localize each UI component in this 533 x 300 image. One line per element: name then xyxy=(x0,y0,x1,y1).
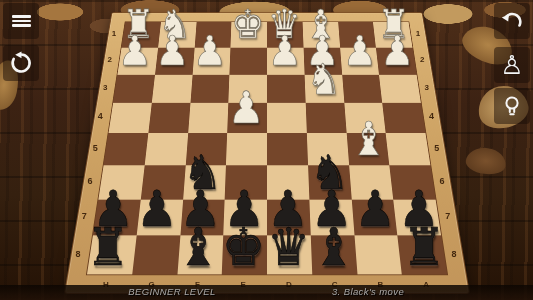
leaf-decoration xyxy=(464,145,507,176)
undo-arrow-icon xyxy=(500,9,524,33)
square-g3[interactable] xyxy=(152,74,193,102)
square-g2[interactable] xyxy=(155,47,194,74)
square-e3[interactable] xyxy=(229,74,267,102)
square-h7[interactable] xyxy=(93,199,141,235)
square-b2[interactable] xyxy=(340,47,379,74)
square-c4[interactable] xyxy=(305,103,346,133)
square-e5[interactable] xyxy=(226,133,267,165)
square-g1[interactable] xyxy=(158,22,196,47)
square-h8[interactable] xyxy=(87,236,136,275)
square-f2[interactable] xyxy=(192,47,230,74)
square-c8[interactable] xyxy=(311,236,357,275)
square-f8[interactable] xyxy=(177,236,223,275)
square-d4[interactable] xyxy=(267,103,307,133)
square-f5[interactable] xyxy=(185,133,227,165)
square-b6[interactable] xyxy=(349,165,394,199)
square-b5[interactable] xyxy=(346,133,389,165)
square-e1[interactable] xyxy=(231,22,267,47)
square-b4[interactable] xyxy=(344,103,386,133)
square-a4[interactable] xyxy=(382,103,425,133)
square-a3[interactable] xyxy=(379,74,421,102)
restart-button[interactable] xyxy=(3,45,39,81)
square-b3[interactable] xyxy=(342,74,383,102)
square-f1[interactable] xyxy=(194,22,231,47)
square-b8[interactable] xyxy=(354,236,402,275)
square-e4[interactable] xyxy=(227,103,267,133)
hamburger-menu-icon xyxy=(12,13,31,29)
square-g4[interactable] xyxy=(148,103,190,133)
square-h4[interactable] xyxy=(109,103,152,133)
undo-button[interactable] xyxy=(494,3,530,39)
menu-button[interactable] xyxy=(3,3,39,39)
square-a8[interactable] xyxy=(398,236,447,275)
square-d1[interactable] xyxy=(267,22,303,47)
chess-app-screen: 1122334455667788HGFEDCBA ♜♞♚♛♝♜♟♟♟♟♟♟♟♞♟… xyxy=(0,0,533,300)
square-c1[interactable] xyxy=(302,22,339,47)
square-e8[interactable] xyxy=(222,236,267,275)
square-a2[interactable] xyxy=(376,47,416,74)
level-label: BEGINNER LEVEL xyxy=(128,286,215,297)
board-grid xyxy=(86,21,448,275)
square-h6[interactable] xyxy=(98,165,144,199)
move-status-label: 3. Black's move xyxy=(332,286,404,297)
square-f6[interactable] xyxy=(183,165,226,199)
square-f7[interactable] xyxy=(180,199,225,235)
square-a6[interactable] xyxy=(390,165,436,199)
square-c3[interactable] xyxy=(304,74,344,102)
square-g6[interactable] xyxy=(141,165,186,199)
square-d8[interactable] xyxy=(267,236,312,275)
square-a7[interactable] xyxy=(393,199,441,235)
chessboard xyxy=(64,12,470,294)
square-b7[interactable] xyxy=(351,199,397,235)
square-f3[interactable] xyxy=(190,74,230,102)
square-a5[interactable] xyxy=(386,133,431,165)
square-a1[interactable] xyxy=(373,22,412,47)
square-h1[interactable] xyxy=(122,22,161,47)
square-d3[interactable] xyxy=(267,74,305,102)
square-h2[interactable] xyxy=(117,47,157,74)
square-h3[interactable] xyxy=(113,74,155,102)
square-d7[interactable] xyxy=(267,199,311,235)
pawn-icon: ♙ xyxy=(500,52,523,78)
status-bar xyxy=(0,285,533,300)
square-d5[interactable] xyxy=(267,133,308,165)
square-e2[interactable] xyxy=(230,47,267,74)
square-d2[interactable] xyxy=(267,47,304,74)
square-c5[interactable] xyxy=(307,133,349,165)
piece-style-button[interactable]: ♙ xyxy=(494,47,530,83)
restart-icon xyxy=(9,51,33,75)
square-g5[interactable] xyxy=(144,133,187,165)
square-d6[interactable] xyxy=(267,165,309,199)
square-e7[interactable] xyxy=(223,199,267,235)
hint-button[interactable] xyxy=(494,88,530,124)
square-b1[interactable] xyxy=(338,22,376,47)
square-f4[interactable] xyxy=(188,103,229,133)
square-h5[interactable] xyxy=(104,133,149,165)
square-e6[interactable] xyxy=(225,165,267,199)
square-g7[interactable] xyxy=(136,199,182,235)
square-c6[interactable] xyxy=(308,165,351,199)
square-c7[interactable] xyxy=(309,199,354,235)
square-g8[interactable] xyxy=(132,236,180,275)
lightbulb-icon xyxy=(500,94,524,118)
square-c2[interactable] xyxy=(303,47,341,74)
